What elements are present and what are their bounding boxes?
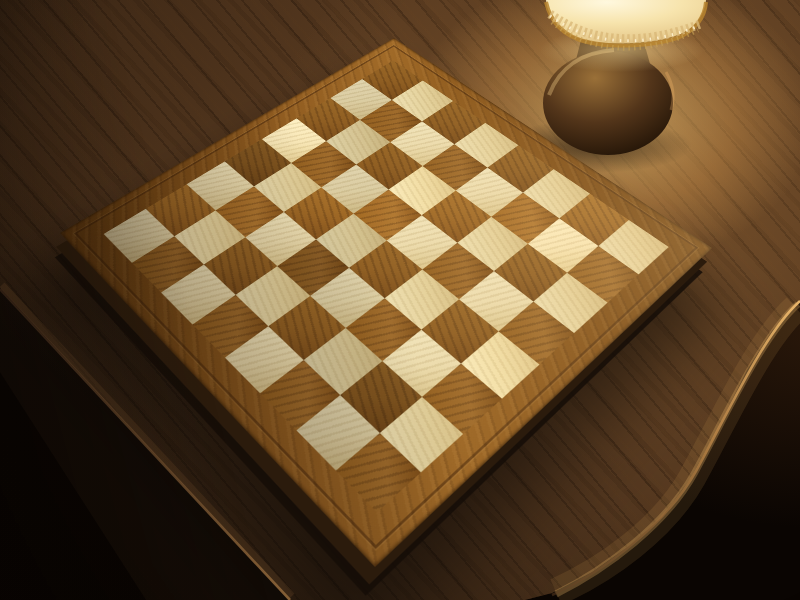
photo-stage xyxy=(0,0,800,600)
